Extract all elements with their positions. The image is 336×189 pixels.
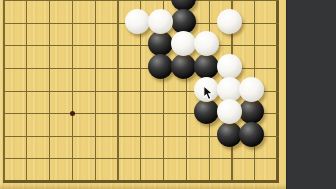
white-stone xyxy=(125,9,150,34)
black-stone xyxy=(194,99,219,124)
white-stone xyxy=(239,77,264,102)
go-board-surface[interactable] xyxy=(0,0,286,189)
black-stone xyxy=(194,54,219,79)
black-stone xyxy=(239,99,264,124)
go-app-window xyxy=(0,0,336,189)
white-stone xyxy=(217,99,242,124)
right-side-panel xyxy=(286,0,336,189)
black-stone xyxy=(148,54,173,79)
black-stone xyxy=(239,122,264,147)
grid-hline xyxy=(3,180,279,183)
white-stone xyxy=(194,77,219,102)
black-stone xyxy=(148,31,173,56)
black-stone xyxy=(171,9,196,34)
grid-hline xyxy=(3,45,279,46)
white-stone xyxy=(148,9,173,34)
white-stone xyxy=(217,77,242,102)
black-stone xyxy=(217,122,242,147)
white-stone xyxy=(217,9,242,34)
black-stone xyxy=(171,54,196,79)
grid-hline xyxy=(3,0,279,1)
white-stone xyxy=(171,31,196,56)
grid-hline xyxy=(3,158,279,159)
white-stone xyxy=(217,54,242,79)
white-stone xyxy=(194,31,219,56)
star-point xyxy=(70,111,75,116)
